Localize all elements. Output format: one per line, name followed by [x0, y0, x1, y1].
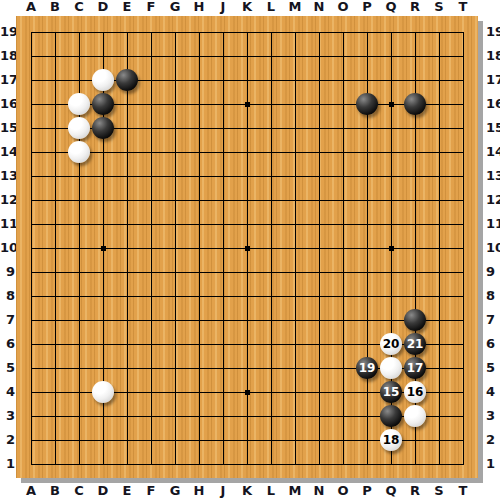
col-label-top-T: T [451, 0, 475, 14]
row-label-right-2: 2 [486, 432, 500, 448]
row-label-right-1: 1 [486, 456, 500, 472]
row-label-right-9: 9 [486, 264, 500, 280]
stone-black-R5[interactable]: 17 [404, 357, 426, 379]
row-label-left-18: 18 [0, 48, 15, 64]
stone-black-P5[interactable]: 19 [356, 357, 378, 379]
col-label-top-R: R [403, 0, 427, 14]
row-label-right-14: 14 [486, 144, 500, 160]
row-label-left-1: 1 [0, 456, 15, 472]
row-label-left-7: 7 [0, 312, 15, 328]
col-label-top-F: F [139, 0, 163, 14]
col-label-bottom-B: B [43, 484, 67, 498]
col-label-top-Q: Q [379, 0, 403, 14]
row-label-left-6: 6 [0, 336, 15, 352]
row-label-left-13: 13 [0, 168, 15, 184]
star-point-K4 [245, 390, 250, 395]
row-label-right-11: 11 [486, 216, 500, 232]
stone-black-D16[interactable] [92, 93, 114, 115]
col-label-bottom-L: L [259, 484, 283, 498]
col-label-top-K: K [235, 0, 259, 14]
star-point-Q16 [389, 102, 394, 107]
stone-white-C16[interactable] [68, 93, 90, 115]
row-label-right-12: 12 [486, 192, 500, 208]
stone-black-Q3[interactable] [380, 405, 402, 427]
stone-white-Q6[interactable]: 20 [380, 333, 402, 355]
row-label-right-3: 3 [486, 408, 500, 424]
stone-black-P16[interactable] [356, 93, 378, 115]
row-label-right-18: 18 [486, 48, 500, 64]
col-label-bottom-H: H [187, 484, 211, 498]
col-label-top-N: N [307, 0, 331, 14]
stone-black-E17[interactable] [116, 69, 138, 91]
col-label-top-B: B [43, 0, 67, 14]
col-label-top-C: C [67, 0, 91, 14]
row-label-left-15: 15 [0, 120, 15, 136]
col-label-top-M: M [283, 0, 307, 14]
row-label-right-8: 8 [486, 288, 500, 304]
stone-white-Q5[interactable] [380, 357, 402, 379]
row-label-left-10: 10 [0, 240, 15, 256]
row-label-right-10: 10 [486, 240, 500, 256]
col-label-bottom-G: G [163, 484, 187, 498]
col-label-top-E: E [115, 0, 139, 14]
row-label-right-4: 4 [486, 384, 500, 400]
col-label-top-D: D [91, 0, 115, 14]
col-label-bottom-T: T [451, 484, 475, 498]
col-label-top-S: S [427, 0, 451, 14]
row-label-left-8: 8 [0, 288, 15, 304]
col-label-bottom-P: P [355, 484, 379, 498]
row-label-right-13: 13 [486, 168, 500, 184]
board-grid[interactable]: 20211917151618 [31, 32, 464, 465]
row-label-left-2: 2 [0, 432, 15, 448]
row-label-left-9: 9 [0, 264, 15, 280]
col-label-top-P: P [355, 0, 379, 14]
stone-white-C15[interactable] [68, 117, 90, 139]
col-label-bottom-Q: Q [379, 484, 403, 498]
stone-black-R16[interactable] [404, 93, 426, 115]
stone-white-R3[interactable] [404, 405, 426, 427]
row-label-left-12: 12 [0, 192, 15, 208]
go-board[interactable]: 20211917151618 [16, 16, 478, 478]
row-label-right-6: 6 [486, 336, 500, 352]
col-label-bottom-D: D [91, 484, 115, 498]
row-label-right-17: 17 [486, 72, 500, 88]
star-point-D10 [101, 246, 106, 251]
col-label-top-H: H [187, 0, 211, 14]
col-label-bottom-S: S [427, 484, 451, 498]
go-board-page: ABCDEFGHJKLMNOPQRST ABCDEFGHJKLMNOPQRST … [0, 0, 500, 500]
stone-white-Q2[interactable]: 18 [380, 429, 402, 451]
stone-white-C14[interactable] [68, 141, 90, 163]
col-label-bottom-C: C [67, 484, 91, 498]
row-label-right-5: 5 [486, 360, 500, 376]
col-label-bottom-N: N [307, 484, 331, 498]
col-label-bottom-F: F [139, 484, 163, 498]
col-label-top-A: A [19, 0, 43, 14]
star-point-K16 [245, 102, 250, 107]
col-label-bottom-M: M [283, 484, 307, 498]
stone-white-D4[interactable] [92, 381, 114, 403]
col-label-top-G: G [163, 0, 187, 14]
col-label-bottom-A: A [19, 484, 43, 498]
col-label-bottom-J: J [211, 484, 235, 498]
col-label-top-L: L [259, 0, 283, 14]
stone-black-Q4[interactable]: 15 [380, 381, 402, 403]
stone-white-D17[interactable] [92, 69, 114, 91]
stone-white-R4[interactable]: 16 [404, 381, 426, 403]
row-label-left-4: 4 [0, 384, 15, 400]
row-label-left-3: 3 [0, 408, 15, 424]
row-label-left-17: 17 [0, 72, 15, 88]
row-label-right-16: 16 [486, 96, 500, 112]
row-label-right-15: 15 [486, 120, 500, 136]
stone-black-D15[interactable] [92, 117, 114, 139]
row-label-left-16: 16 [0, 96, 15, 112]
row-label-right-7: 7 [486, 312, 500, 328]
row-label-left-11: 11 [0, 216, 15, 232]
row-label-left-5: 5 [0, 360, 15, 376]
col-label-top-O: O [331, 0, 355, 14]
col-label-bottom-O: O [331, 484, 355, 498]
row-label-right-19: 19 [486, 24, 500, 40]
col-label-bottom-K: K [235, 484, 259, 498]
star-point-Q10 [389, 246, 394, 251]
row-label-left-19: 19 [0, 24, 15, 40]
row-label-left-14: 14 [0, 144, 15, 160]
col-label-top-J: J [211, 0, 235, 14]
star-point-K10 [245, 246, 250, 251]
col-label-bottom-R: R [403, 484, 427, 498]
stone-black-R7[interactable] [404, 309, 426, 331]
col-label-bottom-E: E [115, 484, 139, 498]
stone-black-R6[interactable]: 21 [404, 333, 426, 355]
